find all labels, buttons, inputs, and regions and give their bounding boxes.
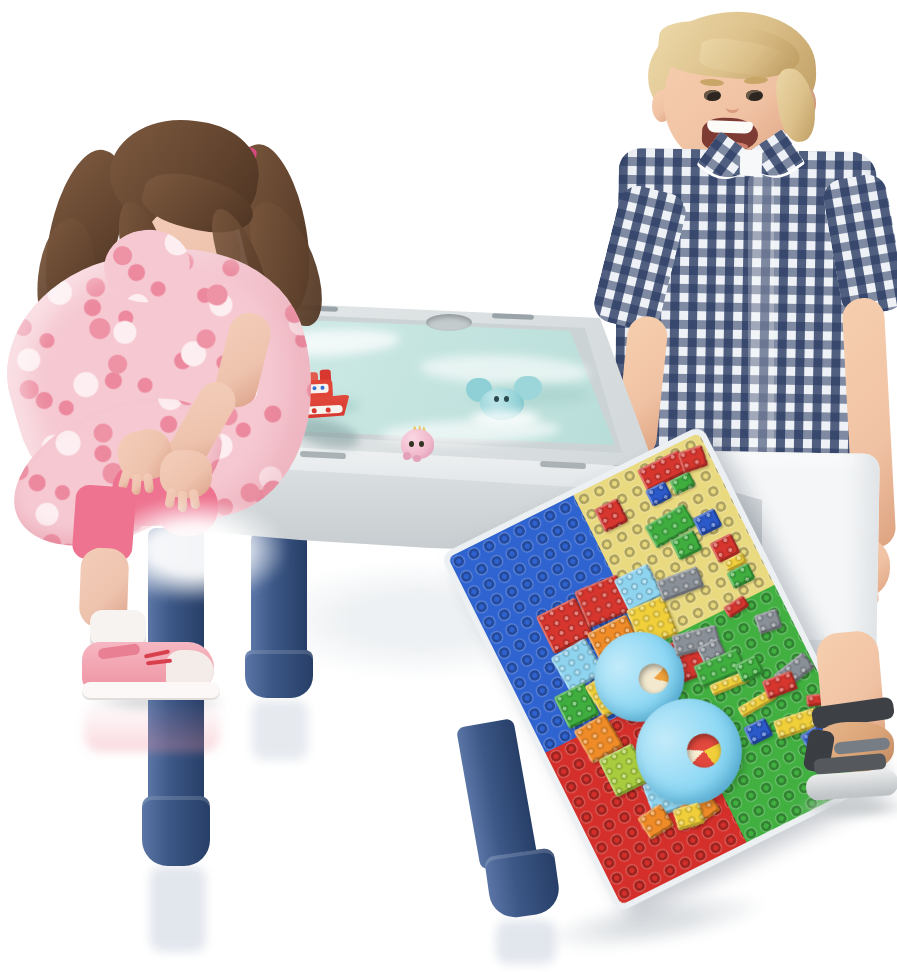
table-leg-front-left-cap [142, 796, 210, 866]
funnel-hole [681, 728, 727, 774]
table-leg-back-left-cap [245, 650, 313, 698]
boy-shirt-placket [748, 172, 774, 498]
boy-teeth [707, 120, 753, 134]
girl-shoe-reflection [84, 700, 220, 752]
product-photo-scene [0, 0, 897, 972]
table-leg-reflection [252, 700, 308, 760]
boy-sandal [806, 698, 897, 808]
boy-nose [726, 102, 739, 113]
octopus-eye [419, 441, 424, 447]
table-leg-reflection [150, 866, 206, 952]
boy-sandal-shadow [798, 796, 897, 818]
boy-eye-right [746, 90, 763, 101]
toy-crab [466, 376, 542, 428]
crab-eye [504, 396, 509, 402]
table-leg-back-right [456, 718, 538, 870]
girl-sneaker [82, 634, 222, 700]
octopus-eye [409, 441, 414, 447]
boy-eye-left [704, 90, 721, 101]
crab-eye [494, 396, 499, 402]
octopus-tentacle [413, 455, 421, 462]
toy-octopus [401, 424, 437, 460]
rim-cup-recess [426, 314, 472, 331]
crab-splash [470, 410, 540, 426]
funnel-hole [634, 659, 674, 699]
boy-collar-gap [740, 150, 763, 177]
sneaker-sole [82, 682, 220, 698]
octopus-tentacle [403, 452, 411, 460]
table-leg-back-right-cap [484, 847, 562, 920]
